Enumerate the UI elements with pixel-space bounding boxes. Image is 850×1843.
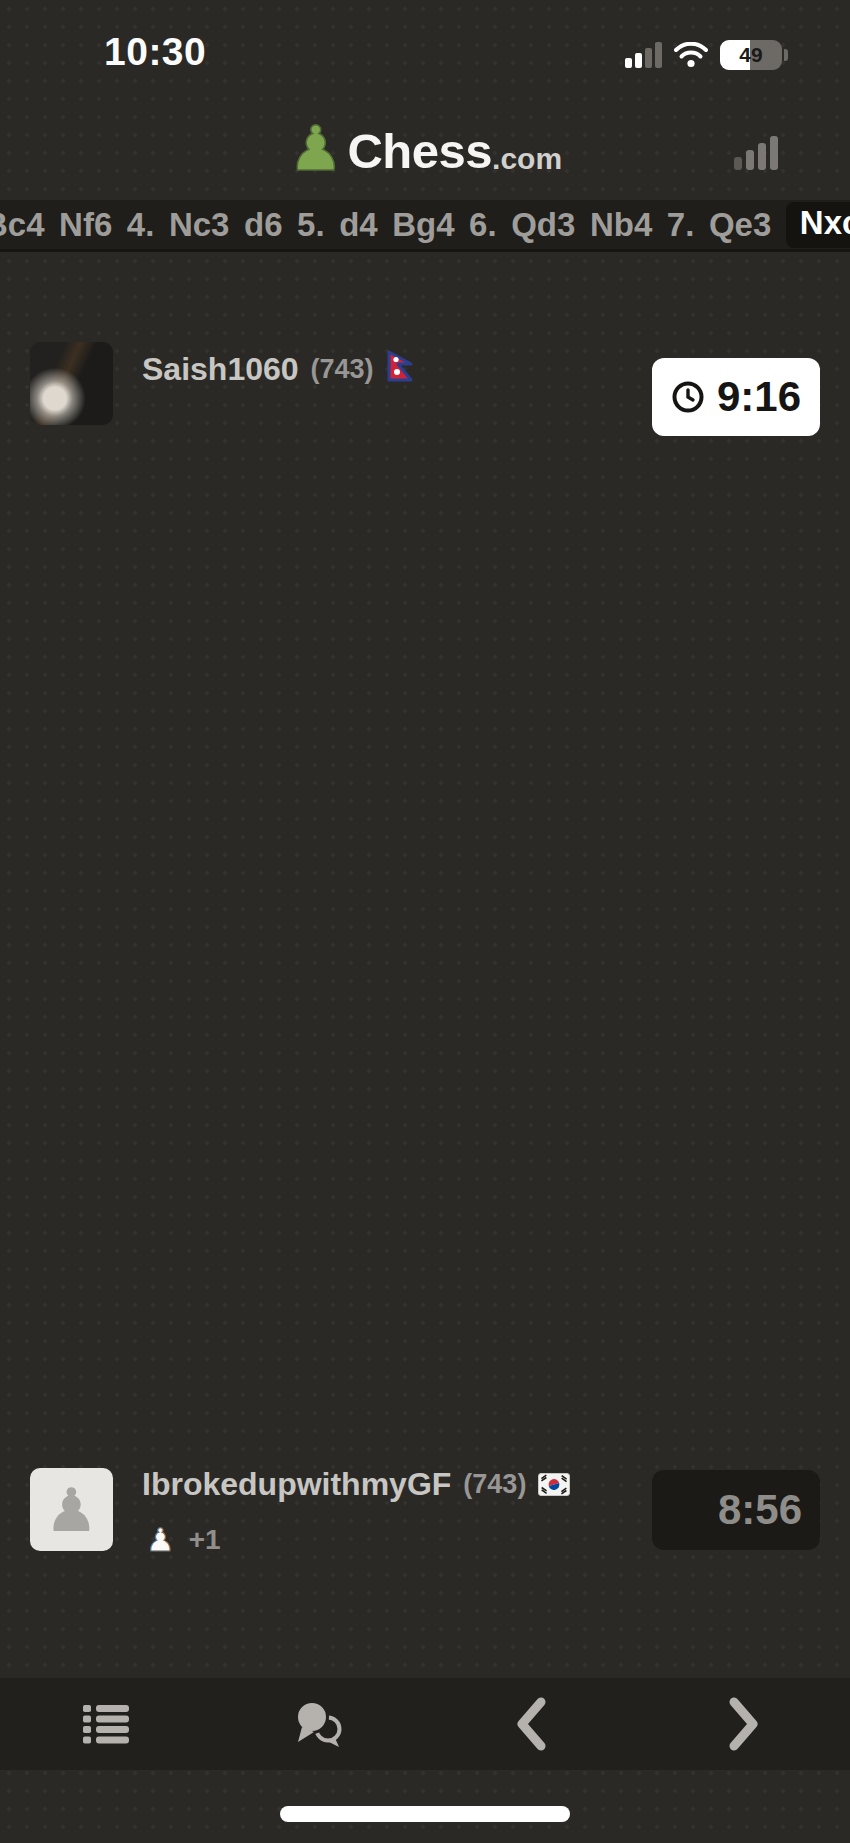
bottom-nav-bar [0,1678,850,1770]
top-clock-time: 9:16 [717,373,801,421]
status-bar: 10:30 49 [0,0,850,95]
battery-icon: 49 [720,40,782,70]
move-token[interactable]: d4 [339,206,378,244]
move-token[interactable]: Nc3 [169,206,230,244]
chevron-left-icon [515,1697,547,1751]
status-time: 10:30 [104,30,206,74]
top-player-name[interactable]: Saish1060 [142,351,299,388]
move-token[interactable]: 4. [127,206,155,244]
chevron-right-icon [728,1697,760,1751]
chesscom-pawn-icon: ♟ [288,118,344,180]
back-button[interactable] [425,1678,638,1770]
default-avatar-pawn-icon: ♟ [45,1480,99,1540]
chat-button[interactable] [213,1678,426,1770]
move-token[interactable]: d6 [244,206,283,244]
move-token[interactable]: Qd3 [511,206,575,244]
top-player-rating: (743) [311,354,374,385]
move-token[interactable]: Nb4 [590,206,652,244]
bottom-player-rating: (743) [463,1469,526,1500]
move-token[interactable]: Nf6 [59,206,112,244]
chess-app-screen: 10:30 49 ♟ Chess .com Bc4Nf64.Nc3d65.d4B… [0,0,850,1843]
bottom-player-clock: 8:56 [652,1470,820,1550]
move-token[interactable]: 6. [469,206,497,244]
brand-suffix: .com [492,142,562,176]
captured-material: ♟ +1 [146,1524,221,1556]
material-score: +1 [189,1524,221,1556]
brand-text: Chess [347,123,492,179]
clock-icon [671,380,705,414]
move-token[interactable]: 5. [297,206,325,244]
bottom-player-avatar[interactable]: ♟ [30,1468,113,1551]
move-token[interactable]: Qe3 [709,206,771,244]
top-player-clock: 9:16 [652,358,820,436]
move-list-bar[interactable]: Bc4Nf64.Nc3d65.d4Bg46.Qd3Nb47.Qe3Nxc2+ [0,200,850,252]
battery-percent: 49 [720,43,782,67]
bottom-player-name[interactable]: IbrokedupwithmyGF [142,1466,451,1503]
forward-button[interactable] [638,1678,850,1770]
chat-icon [293,1700,345,1748]
top-player-avatar[interactable] [30,342,113,425]
current-move-token[interactable]: Nxc2+ [786,202,850,248]
nepal-flag-icon [386,350,414,388]
move-token[interactable]: Bc4 [0,206,45,244]
move-list-button[interactable] [0,1678,213,1770]
south-korea-flag-icon [538,1473,570,1496]
wifi-icon [674,42,708,68]
connection-strength-icon [734,136,778,170]
move-token[interactable]: 7. [667,206,695,244]
move-token[interactable]: Bg4 [392,206,454,244]
chess-board [0,529,850,1385]
bottom-clock-time: 8:56 [718,1486,802,1534]
move-list-icon [83,1704,129,1744]
cellular-signal-icon [625,42,662,68]
captured-white-pawn-icon: ♟ [146,1524,175,1556]
chesscom-logo[interactable]: ♟ Chess .com [0,108,850,194]
home-indicator[interactable] [280,1806,570,1822]
